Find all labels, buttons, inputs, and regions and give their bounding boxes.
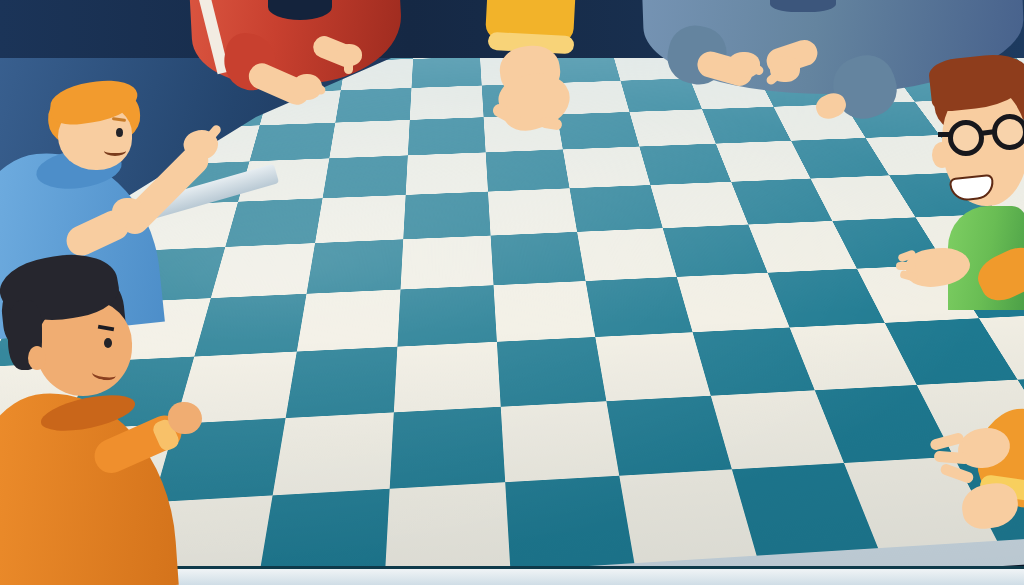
board-square[interactable] <box>630 109 716 146</box>
board-square[interactable] <box>408 117 486 155</box>
collar <box>268 0 332 20</box>
board-square[interactable] <box>170 125 260 164</box>
board-square[interactable] <box>340 59 412 90</box>
board-square[interactable] <box>322 155 407 198</box>
board-square[interactable] <box>406 152 488 195</box>
board-square[interactable] <box>595 332 711 401</box>
board-square[interactable] <box>272 412 393 495</box>
board-square[interactable] <box>260 90 341 125</box>
board-square[interactable] <box>277 35 350 64</box>
board-square[interactable] <box>176 352 297 424</box>
board-square[interactable] <box>586 277 693 337</box>
board-square[interactable] <box>480 55 551 86</box>
board-square[interactable] <box>491 232 586 285</box>
board-square[interactable] <box>250 123 335 162</box>
board-square[interactable] <box>269 61 345 93</box>
board-square[interactable] <box>135 202 238 251</box>
board-square[interactable] <box>211 243 315 298</box>
board-square[interactable] <box>501 401 620 482</box>
board-square[interactable] <box>184 93 269 128</box>
board-scene <box>0 0 1024 585</box>
chessboard[interactable] <box>0 7 1024 585</box>
board-square[interactable] <box>153 161 249 205</box>
board-square[interactable] <box>411 57 481 88</box>
board-square[interactable] <box>394 342 501 413</box>
board-square[interactable] <box>494 281 596 342</box>
board-square[interactable] <box>577 228 677 281</box>
board-square[interactable] <box>209 37 285 66</box>
board-square[interactable] <box>306 239 403 293</box>
board-square[interactable] <box>296 289 400 351</box>
board-square[interactable] <box>607 396 733 476</box>
board-square[interactable] <box>410 86 484 120</box>
board-square[interactable] <box>542 27 613 55</box>
board-square[interactable] <box>400 236 493 290</box>
board-square[interactable] <box>315 195 406 243</box>
board-square[interactable] <box>563 147 651 189</box>
board-square[interactable] <box>482 83 557 117</box>
board-square[interactable] <box>226 198 323 247</box>
board-square[interactable] <box>285 347 397 418</box>
board-square[interactable] <box>153 418 285 502</box>
board-square[interactable] <box>478 29 546 57</box>
board-square[interactable] <box>621 78 702 112</box>
board-square[interactable] <box>389 407 505 489</box>
board-square[interactable] <box>413 31 480 59</box>
board-square[interactable] <box>547 52 621 83</box>
board-square[interactable] <box>385 482 511 578</box>
board-square[interactable] <box>497 337 607 407</box>
board-square[interactable] <box>551 81 629 115</box>
board-square[interactable] <box>403 192 491 240</box>
board-square[interactable] <box>557 112 640 150</box>
collar <box>770 0 836 12</box>
board-square[interactable] <box>570 185 663 232</box>
board-square[interactable] <box>486 149 570 191</box>
board-square[interactable] <box>195 294 307 357</box>
board-square[interactable] <box>613 50 690 80</box>
board-square[interactable] <box>505 476 634 571</box>
board-square[interactable] <box>124 66 208 98</box>
illustration-stage: ♟♞♞♝♞♝♚♝♟♜♜♟♜♟♝♞♛♞♞♜♚♞♞♛♟♝♜♟♟♟♟♟♞♛♟♝♞♟♞♟… <box>0 0 1024 585</box>
board-square[interactable] <box>197 63 277 95</box>
board-square[interactable] <box>257 489 390 585</box>
board-square[interactable] <box>329 120 410 158</box>
board-square[interactable] <box>484 115 563 153</box>
board-square[interactable] <box>335 88 411 123</box>
board-square[interactable] <box>140 39 220 68</box>
board-square[interactable] <box>345 33 414 62</box>
board-square[interactable] <box>238 158 329 201</box>
board-square[interactable] <box>397 285 497 346</box>
board-square[interactable] <box>488 188 577 235</box>
board-square[interactable] <box>605 25 678 53</box>
